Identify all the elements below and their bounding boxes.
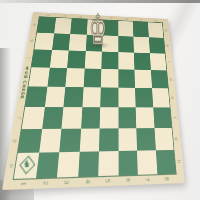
coord-label: 4 xyxy=(83,169,92,195)
square-b5[interactable] xyxy=(47,68,67,87)
square-f5[interactable] xyxy=(118,69,135,88)
square-c3[interactable] xyxy=(61,107,82,129)
square-f6[interactable] xyxy=(118,52,134,70)
square-c4[interactable] xyxy=(63,87,83,107)
square-c6[interactable] xyxy=(67,51,85,69)
square-b7[interactable] xyxy=(52,33,71,50)
coord-label: d xyxy=(162,75,179,83)
coord-label: a xyxy=(158,27,173,34)
square-f4[interactable] xyxy=(118,88,136,108)
coord-label: b xyxy=(160,42,176,49)
square-g7[interactable] xyxy=(133,37,149,54)
square-f7[interactable] xyxy=(118,36,134,53)
coord-label: 5 xyxy=(104,168,112,194)
coord-label: b xyxy=(22,37,41,45)
coord-label: a xyxy=(25,21,43,29)
square-c5[interactable] xyxy=(65,68,84,87)
coord-label: 8 xyxy=(152,13,158,27)
square-g6[interactable] xyxy=(134,53,151,70)
square-g4[interactable] xyxy=(135,88,153,108)
coord-label: f xyxy=(165,113,183,122)
knight-logo-icon: ♞ xyxy=(17,155,36,174)
square-e6[interactable] xyxy=(101,52,118,70)
coord-label: 6 xyxy=(123,12,128,26)
coord-label: 5 xyxy=(108,11,113,26)
square-b3[interactable] xyxy=(42,107,64,129)
square-g3[interactable] xyxy=(136,107,154,128)
coord-label: h xyxy=(169,156,189,167)
coord-label: 7 xyxy=(138,13,143,27)
board-photo: 12345678 12345678 abcdefgh abcdefgh ♞ US… xyxy=(0,0,200,200)
square-e4[interactable] xyxy=(100,87,118,107)
square-e3[interactable] xyxy=(100,107,119,128)
coord-label: 6 xyxy=(124,168,132,193)
square-c7[interactable] xyxy=(69,34,87,51)
square-d4[interactable] xyxy=(82,87,101,107)
us-chess-corner-logo: ♞ xyxy=(17,155,36,174)
coord-label: g xyxy=(167,134,186,144)
square-d6[interactable] xyxy=(84,51,102,69)
square-e2[interactable] xyxy=(99,128,118,151)
square-c2[interactable] xyxy=(59,129,80,153)
square-b2[interactable] xyxy=(39,129,62,153)
coord-label: 2 xyxy=(61,9,68,24)
square-f2[interactable] xyxy=(118,128,137,151)
white-king[interactable]: ♚ xyxy=(89,0,107,49)
square-f3[interactable] xyxy=(118,107,136,128)
square-e5[interactable] xyxy=(101,69,118,88)
coord-label: 8 xyxy=(162,167,171,192)
coord-label: c xyxy=(19,54,39,62)
coord-label: g xyxy=(4,136,27,147)
coord-label: 7 xyxy=(143,167,152,192)
square-b6[interactable] xyxy=(49,50,68,68)
square-d2[interactable] xyxy=(79,129,99,152)
coord-label: e xyxy=(164,94,182,102)
square-d3[interactable] xyxy=(81,107,101,128)
coord-label: 3 xyxy=(77,9,83,24)
square-g5[interactable] xyxy=(134,70,151,88)
knight-logo-icon: ♞ xyxy=(25,66,30,71)
square-g2[interactable] xyxy=(136,128,155,151)
square-b4[interactable] xyxy=(44,87,65,107)
coord-label: c xyxy=(161,58,177,66)
square-d5[interactable] xyxy=(83,69,101,88)
